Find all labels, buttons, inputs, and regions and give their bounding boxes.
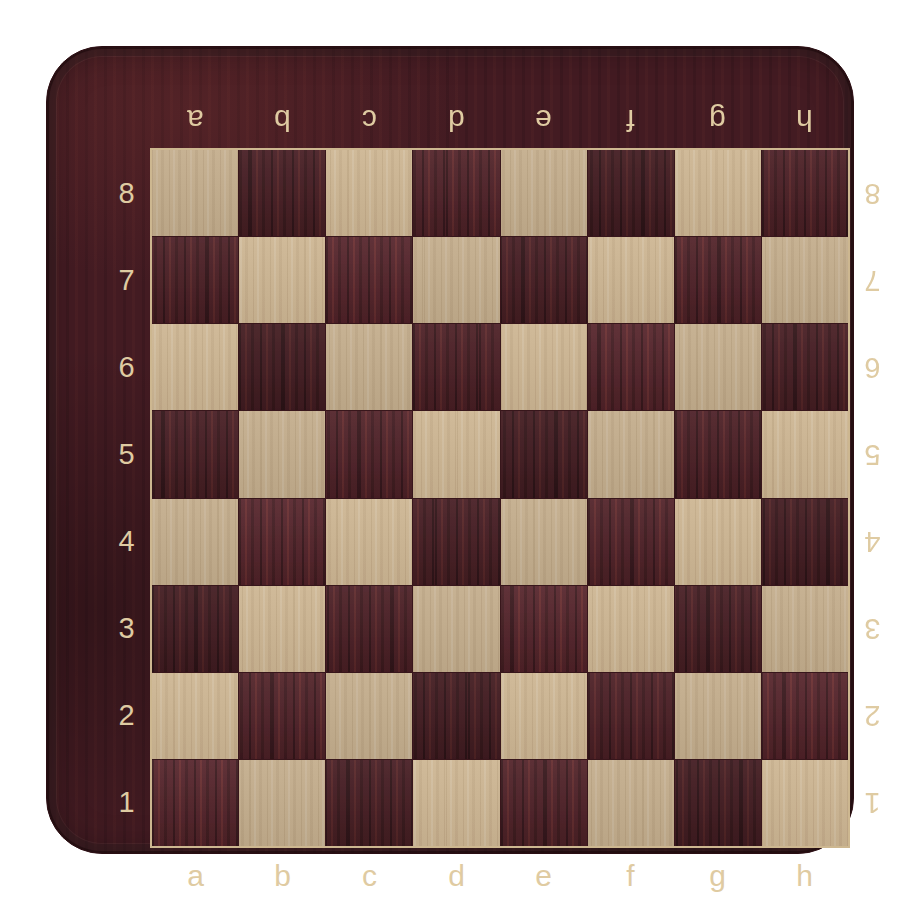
square-f1[interactable] [588,760,674,846]
playing-field [150,148,850,848]
square-c6[interactable] [326,324,412,410]
square-h3[interactable] [762,586,848,672]
square-c2[interactable] [326,673,412,759]
square-d4[interactable] [413,499,499,585]
file-labels-top: abcdefgh [152,93,848,148]
square-b5[interactable] [239,411,325,497]
rank-right-label-8: 8 [850,150,895,237]
square-e2[interactable] [501,673,587,759]
square-d6[interactable] [413,324,499,410]
square-b6[interactable] [239,324,325,410]
square-b2[interactable] [239,673,325,759]
square-g6[interactable] [675,324,761,410]
square-e5[interactable] [501,411,587,497]
square-f8[interactable] [588,150,674,236]
square-c3[interactable] [326,586,412,672]
square-e7[interactable] [501,237,587,323]
file-labels-bottom: abcdefgh [152,850,848,900]
square-a3[interactable] [152,586,238,672]
square-a1[interactable] [152,760,238,846]
square-c5[interactable] [326,411,412,497]
rank-right-label-4: 4 [850,498,895,585]
rank-left-label-6: 6 [103,324,150,411]
file-bottom-label-g: g [674,850,761,900]
square-f7[interactable] [588,237,674,323]
rank-right-label-1: 1 [850,759,895,846]
rank-left-label-4: 4 [103,498,150,585]
square-b7[interactable] [239,237,325,323]
square-d5[interactable] [413,411,499,497]
square-d3[interactable] [413,586,499,672]
rank-labels-left: 87654321 [93,150,150,846]
square-b3[interactable] [239,586,325,672]
file-top-label-a: a [152,93,239,148]
square-e4[interactable] [501,499,587,585]
square-d2[interactable] [413,673,499,759]
square-g7[interactable] [675,237,761,323]
file-bottom-label-d: d [413,850,500,900]
square-g3[interactable] [675,586,761,672]
square-g4[interactable] [675,499,761,585]
square-a6[interactable] [152,324,238,410]
square-g2[interactable] [675,673,761,759]
square-a8[interactable] [152,150,238,236]
square-h5[interactable] [762,411,848,497]
rank-left-label-8: 8 [103,150,150,237]
rank-labels-right: 87654321 [850,150,900,846]
photo-background: abcdefgh abcdefgh 87654321 87654321 [0,0,900,900]
square-h2[interactable] [762,673,848,759]
square-c4[interactable] [326,499,412,585]
file-bottom-label-c: c [326,850,413,900]
square-d7[interactable] [413,237,499,323]
file-top-label-h: h [761,93,848,148]
square-c8[interactable] [326,150,412,236]
square-h4[interactable] [762,499,848,585]
rank-left-label-5: 5 [103,411,150,498]
square-b1[interactable] [239,760,325,846]
square-a2[interactable] [152,673,238,759]
square-f3[interactable] [588,586,674,672]
rank-right-label-2: 2 [850,672,895,759]
square-a4[interactable] [152,499,238,585]
file-bottom-label-h: h [761,850,848,900]
square-a5[interactable] [152,411,238,497]
square-f5[interactable] [588,411,674,497]
square-h8[interactable] [762,150,848,236]
square-h1[interactable] [762,760,848,846]
rank-right-label-6: 6 [850,324,895,411]
file-top-label-f: f [587,93,674,148]
rank-right-label-7: 7 [850,237,895,324]
square-e1[interactable] [501,760,587,846]
square-e6[interactable] [501,324,587,410]
square-c7[interactable] [326,237,412,323]
square-a7[interactable] [152,237,238,323]
square-d8[interactable] [413,150,499,236]
file-bottom-label-f: f [587,850,674,900]
square-f4[interactable] [588,499,674,585]
square-e3[interactable] [501,586,587,672]
file-bottom-label-b: b [239,850,326,900]
rank-left-label-2: 2 [103,672,150,759]
file-top-label-g: g [674,93,761,148]
rank-left-label-7: 7 [103,237,150,324]
square-f2[interactable] [588,673,674,759]
file-top-label-e: e [500,93,587,148]
rank-right-label-5: 5 [850,411,895,498]
square-g1[interactable] [675,760,761,846]
file-bottom-label-a: a [152,850,239,900]
square-d1[interactable] [413,760,499,846]
square-b8[interactable] [239,150,325,236]
rank-left-label-1: 1 [103,759,150,846]
square-g8[interactable] [675,150,761,236]
chess-board: abcdefgh abcdefgh 87654321 87654321 [46,46,854,854]
square-b4[interactable] [239,499,325,585]
file-top-label-b: b [239,93,326,148]
file-top-label-c: c [326,93,413,148]
square-g5[interactable] [675,411,761,497]
square-h7[interactable] [762,237,848,323]
square-h6[interactable] [762,324,848,410]
square-c1[interactable] [326,760,412,846]
file-top-label-d: d [413,93,500,148]
square-e8[interactable] [501,150,587,236]
rank-left-label-3: 3 [103,585,150,672]
file-bottom-label-e: e [500,850,587,900]
square-f6[interactable] [588,324,674,410]
rank-right-label-3: 3 [850,585,895,672]
